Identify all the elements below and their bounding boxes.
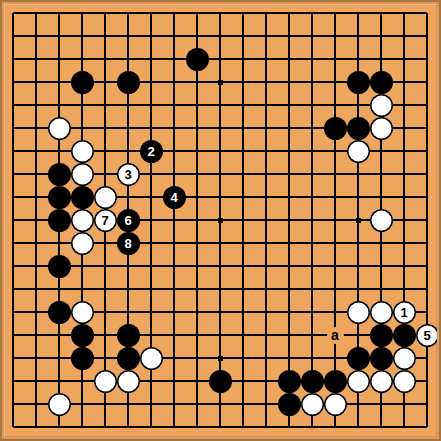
white-stone-D13[interactable]: [71, 140, 94, 163]
black-stone-D5[interactable]: [71, 324, 94, 347]
black-stone-D4[interactable]: [71, 347, 94, 370]
white-stone-E10[interactable]: 7: [94, 209, 117, 232]
black-stone-S5[interactable]: [393, 324, 416, 347]
black-stone-N2[interactable]: [278, 393, 301, 416]
white-stone-D10[interactable]: [71, 209, 94, 232]
white-stone-S6[interactable]: 1: [393, 301, 416, 324]
black-stone-C6[interactable]: [48, 301, 71, 324]
black-stone-Q16[interactable]: [347, 71, 370, 94]
white-stone-R10[interactable]: [370, 209, 393, 232]
black-stone-P3[interactable]: [324, 370, 347, 393]
black-stone-D16[interactable]: [71, 71, 94, 94]
white-stone-C2[interactable]: [48, 393, 71, 416]
black-stone-N3[interactable]: [278, 370, 301, 393]
black-stone-G13[interactable]: 2: [140, 140, 163, 163]
black-stone-K3[interactable]: [209, 370, 232, 393]
white-stone-G4[interactable]: [140, 347, 163, 370]
black-stone-F9[interactable]: 8: [117, 232, 140, 255]
black-stone-P14[interactable]: [324, 117, 347, 140]
white-stone-R6[interactable]: [370, 301, 393, 324]
black-stone-R16[interactable]: [370, 71, 393, 94]
black-stone-R5[interactable]: [370, 324, 393, 347]
white-stone-S4[interactable]: [393, 347, 416, 370]
black-stone-F4[interactable]: [117, 347, 140, 370]
white-stone-F3[interactable]: [117, 370, 140, 393]
black-stone-C12[interactable]: [48, 163, 71, 186]
white-stone-E3[interactable]: [94, 370, 117, 393]
white-stone-D9[interactable]: [71, 232, 94, 255]
white-stone-Q3[interactable]: [347, 370, 370, 393]
black-stone-Q4[interactable]: [347, 347, 370, 370]
black-stone-Q14[interactable]: [347, 117, 370, 140]
white-stone-S3[interactable]: [393, 370, 416, 393]
white-stone-C14[interactable]: [48, 117, 71, 140]
black-stone-O3[interactable]: [301, 370, 324, 393]
black-stone-F10[interactable]: 6: [117, 209, 140, 232]
black-stone-F5[interactable]: [117, 324, 140, 347]
black-stone-F16[interactable]: [117, 71, 140, 94]
black-stone-R4[interactable]: [370, 347, 393, 370]
point-label-a: a: [324, 324, 347, 347]
white-stone-R14[interactable]: [370, 117, 393, 140]
black-stone-C11[interactable]: [48, 186, 71, 209]
white-stone-R3[interactable]: [370, 370, 393, 393]
white-stone-D6[interactable]: [71, 301, 94, 324]
white-stone-T5[interactable]: 5: [416, 324, 439, 347]
go-board[interactable]: 23476815a: [0, 0, 441, 441]
white-stone-F12[interactable]: 3: [117, 163, 140, 186]
white-stone-D12[interactable]: [71, 163, 94, 186]
black-stone-D11[interactable]: [71, 186, 94, 209]
white-stone-O2[interactable]: [301, 393, 324, 416]
stone-grid: 23476815a: [2, 2, 439, 439]
white-stone-R15[interactable]: [370, 94, 393, 117]
black-stone-J17[interactable]: [186, 48, 209, 71]
black-stone-C8[interactable]: [48, 255, 71, 278]
white-stone-P2[interactable]: [324, 393, 347, 416]
white-stone-Q13[interactable]: [347, 140, 370, 163]
white-stone-E11[interactable]: [94, 186, 117, 209]
black-stone-H11[interactable]: 4: [163, 186, 186, 209]
black-stone-C10[interactable]: [48, 209, 71, 232]
white-stone-Q6[interactable]: [347, 301, 370, 324]
